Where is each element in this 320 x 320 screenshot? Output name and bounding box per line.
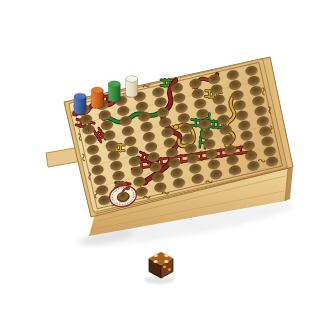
- die-pip-top: [153, 254, 157, 257]
- die-pip-top: [153, 260, 157, 263]
- die-pip-right: [168, 268, 171, 271]
- peg-top: [108, 81, 120, 87]
- die-pip-top: [164, 254, 168, 257]
- peg-top: [74, 93, 86, 99]
- peg-top: [91, 87, 103, 93]
- emblem-snake-head: [126, 186, 130, 190]
- scene: [0, 0, 320, 320]
- scene-svg: [0, 0, 320, 320]
- die-pip-right: [163, 266, 166, 269]
- peg-top: [126, 76, 138, 82]
- die-pip-top: [164, 260, 168, 263]
